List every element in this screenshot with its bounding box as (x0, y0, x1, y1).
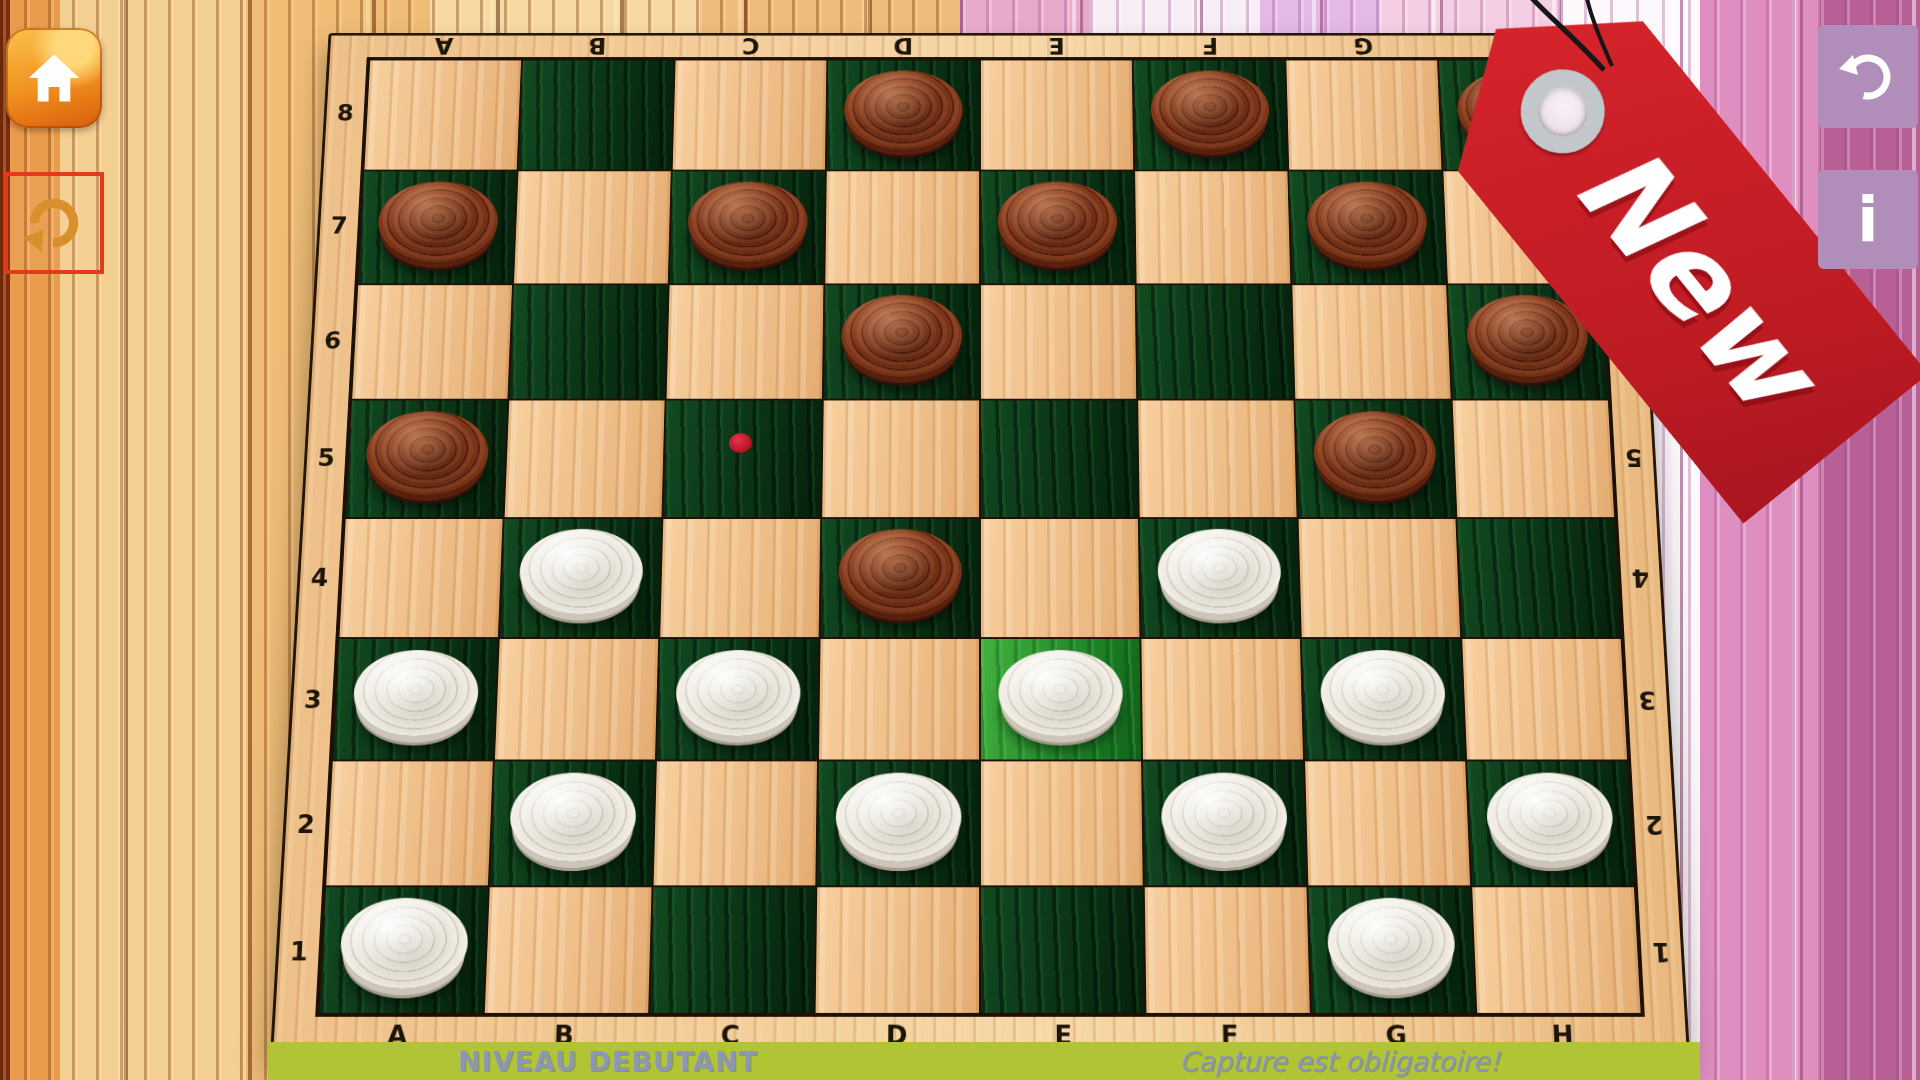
rank-label-left-6: 6 (312, 283, 352, 399)
square-e2[interactable] (981, 762, 1143, 885)
rank-label-left-2: 2 (285, 762, 327, 888)
restart-button[interactable] (4, 172, 104, 274)
home-button[interactable] (6, 28, 102, 128)
square-g5[interactable] (1295, 401, 1455, 517)
rank-label-left-4: 4 (299, 518, 340, 639)
square-h2[interactable] (1467, 762, 1634, 885)
white-piece-h2[interactable] (1485, 773, 1615, 862)
undo-button[interactable] (1818, 25, 1918, 128)
square-f2[interactable] (1143, 762, 1306, 885)
brown-piece-g5[interactable] (1313, 411, 1437, 495)
square-g8[interactable] (1286, 60, 1441, 169)
square-c4[interactable] (660, 519, 820, 637)
file-label-top-e: E (980, 34, 1133, 57)
square-e6[interactable] (981, 285, 1136, 399)
file-label-top-c: C (673, 34, 827, 57)
capture-target-dot (729, 433, 752, 453)
square-a6[interactable] (352, 285, 512, 399)
game-screen: ABCDEFGH ABCDEFGH 87654321 87654321 (0, 0, 1920, 1080)
square-c3[interactable] (657, 639, 819, 760)
square-d3[interactable] (819, 639, 979, 760)
rank-label-left-5: 5 (306, 399, 347, 518)
restart-icon (21, 190, 87, 256)
white-piece-c3[interactable] (675, 650, 801, 737)
square-c7[interactable] (670, 172, 825, 284)
square-e5[interactable] (981, 401, 1138, 517)
white-piece-g3[interactable] (1320, 650, 1447, 737)
square-h5[interactable] (1453, 401, 1615, 517)
square-a5[interactable] (346, 401, 508, 517)
square-h4[interactable] (1457, 519, 1620, 637)
file-labels-top: ABCDEFGH (367, 34, 1594, 57)
white-piece-d2[interactable] (835, 773, 961, 862)
square-a2[interactable] (326, 762, 493, 885)
square-g4[interactable] (1299, 519, 1461, 637)
rank-label-right-2: 2 (1633, 762, 1675, 888)
white-piece-b4[interactable] (518, 529, 644, 614)
undo-icon (1836, 45, 1900, 109)
square-c1[interactable] (650, 887, 815, 1013)
white-piece-a3[interactable] (352, 650, 480, 737)
board-grid (315, 57, 1645, 1017)
brown-piece-d8[interactable] (844, 70, 963, 149)
rank-label-right-4: 4 (1620, 518, 1661, 639)
square-b4[interactable] (500, 519, 662, 637)
white-piece-f2[interactable] (1161, 773, 1288, 862)
square-f4[interactable] (1140, 519, 1300, 637)
square-b1[interactable] (485, 887, 652, 1013)
brown-piece-g7[interactable] (1306, 182, 1428, 262)
square-c2[interactable] (654, 762, 817, 885)
file-label-top-a: A (367, 34, 521, 57)
square-f3[interactable] (1141, 639, 1303, 760)
square-b6[interactable] (509, 285, 667, 399)
brown-piece-c7[interactable] (687, 182, 808, 262)
file-label-top-f: F (1133, 34, 1287, 57)
brown-piece-a5[interactable] (364, 411, 490, 495)
square-d8[interactable] (827, 60, 979, 169)
square-f6[interactable] (1137, 285, 1294, 399)
info-icon: i (1857, 183, 1878, 256)
home-icon (25, 50, 83, 106)
file-label-top-d: D (827, 34, 980, 57)
brown-piece-d6[interactable] (841, 295, 962, 377)
rank-label-left-3: 3 (292, 639, 334, 762)
rank-label-left-7: 7 (319, 169, 359, 283)
square-g3[interactable] (1302, 639, 1465, 760)
square-f7[interactable] (1135, 172, 1290, 284)
white-piece-e3[interactable] (998, 650, 1123, 737)
square-g6[interactable] (1292, 285, 1450, 399)
square-b5[interactable] (505, 401, 665, 517)
square-d2[interactable] (817, 762, 979, 885)
file-label-top-b: B (520, 34, 674, 57)
square-g7[interactable] (1289, 172, 1446, 284)
square-a4[interactable] (339, 519, 502, 637)
square-c6[interactable] (667, 285, 824, 399)
square-d6[interactable] (824, 285, 979, 399)
rank-label-right-5: 5 (1614, 399, 1655, 518)
square-b8[interactable] (519, 60, 674, 169)
info-button[interactable]: i (1818, 170, 1918, 269)
square-a3[interactable] (333, 639, 498, 760)
square-h1[interactable] (1472, 887, 1640, 1013)
square-e4[interactable] (981, 519, 1139, 637)
rank-label-right-1: 1 (1640, 888, 1683, 1017)
brown-piece-f8[interactable] (1150, 70, 1270, 149)
square-e3[interactable] (981, 639, 1141, 760)
square-c5[interactable] (663, 401, 821, 517)
square-e8[interactable] (981, 60, 1133, 169)
square-f8[interactable] (1134, 60, 1288, 169)
brown-piece-a7[interactable] (376, 182, 499, 262)
white-piece-f4[interactable] (1157, 529, 1282, 614)
white-piece-b2[interactable] (509, 773, 637, 862)
rank-label-left-1: 1 (277, 888, 320, 1017)
rank-label-left-8: 8 (325, 57, 364, 169)
square-b3[interactable] (495, 639, 658, 760)
square-d1[interactable] (816, 887, 979, 1013)
brown-piece-e7[interactable] (998, 182, 1118, 262)
file-label-top-g: G (1286, 34, 1440, 57)
square-c8[interactable] (673, 60, 827, 169)
rank-label-right-3: 3 (1626, 639, 1668, 762)
rule-text: Capture est obligatoire! (1179, 1046, 1500, 1077)
status-bar: NIVEAU DEBUTANT Capture est obligatoire! (268, 1042, 1700, 1080)
square-b2[interactable] (490, 762, 655, 885)
white-piece-a1[interactable] (339, 898, 470, 989)
square-a7[interactable] (358, 172, 516, 284)
square-d5[interactable] (822, 401, 979, 517)
square-e7[interactable] (981, 172, 1135, 284)
square-d4[interactable] (821, 519, 979, 637)
white-piece-g1[interactable] (1327, 898, 1457, 989)
square-h3[interactable] (1462, 639, 1627, 760)
square-e1[interactable] (981, 887, 1144, 1013)
square-g1[interactable] (1308, 887, 1475, 1013)
square-b7[interactable] (514, 172, 671, 284)
square-d7[interactable] (825, 172, 979, 284)
square-a8[interactable] (364, 60, 521, 169)
square-g2[interactable] (1305, 762, 1470, 885)
square-f1[interactable] (1145, 887, 1310, 1013)
square-f5[interactable] (1138, 401, 1296, 517)
square-a1[interactable] (319, 887, 487, 1013)
brown-piece-d4[interactable] (838, 529, 961, 614)
level-text: NIVEAU DEBUTANT (458, 1046, 758, 1077)
